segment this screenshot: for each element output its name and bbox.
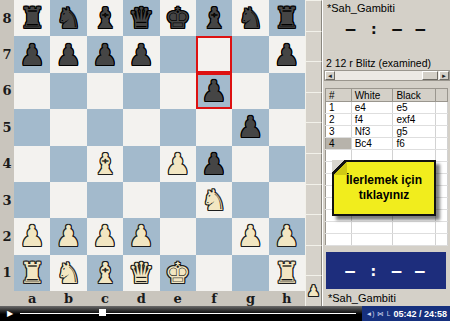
black-queen[interactable]: ♛ <box>128 1 154 35</box>
elapsed-total-time: 05:42 / 24:58 <box>393 309 447 319</box>
proceed-notice[interactable]: İlerlemek için tıklayınız <box>332 160 436 216</box>
move-cell <box>436 114 448 126</box>
move-cell[interactable]: f4 <box>351 114 393 126</box>
move-cell <box>436 186 448 198</box>
square-h8[interactable]: ♜ <box>269 0 305 36</box>
file-label-e: e <box>160 291 196 306</box>
square-f7[interactable] <box>196 36 232 72</box>
move-row: 2f4exf4 <box>326 114 448 126</box>
square-g8[interactable]: ♞ <box>232 0 268 36</box>
scroll-left-arrow-icon[interactable]: ◄ <box>325 71 335 80</box>
black-pawn[interactable]: ♟ <box>201 74 227 108</box>
move-row: 1e4e5 <box>326 102 448 114</box>
black-king[interactable]: ♚ <box>165 1 191 35</box>
square-b6[interactable] <box>50 73 86 109</box>
white-king[interactable]: ♚ <box>165 256 191 290</box>
scrollbar-thumb[interactable] <box>422 71 438 80</box>
square-g6[interactable] <box>232 73 268 109</box>
white-bishop[interactable]: ♝ <box>92 256 118 290</box>
move-col-header-White: White <box>351 89 393 102</box>
status-bar: ◄) ⋈ L 05:42 / 24:58 <box>362 306 450 321</box>
black-pawn[interactable]: ♟ <box>92 38 118 72</box>
square-a5[interactable] <box>14 109 50 145</box>
square-c3[interactable] <box>87 182 123 218</box>
square-b2[interactable]: ♟ <box>50 218 86 254</box>
square-e8[interactable]: ♚ <box>160 0 196 36</box>
black-knight[interactable]: ♞ <box>56 1 82 35</box>
black-rook[interactable]: ♜ <box>274 1 300 35</box>
move-number-cell[interactable]: 1 <box>326 102 352 114</box>
square-c8[interactable]: ♝ <box>87 0 123 36</box>
square-d1[interactable]: ♛ <box>123 255 159 291</box>
square-h2[interactable]: ♟ <box>269 218 305 254</box>
square-f4[interactable]: ♟ <box>196 146 232 182</box>
move-cell <box>351 222 393 234</box>
file-label-c: c <box>87 291 123 306</box>
square-d7[interactable]: ♟ <box>123 36 159 72</box>
move-number-cell <box>326 234 352 246</box>
square-e4[interactable]: ♟ <box>160 146 196 182</box>
move-cell[interactable]: e4 <box>351 102 393 114</box>
file-labels: abcdefgh <box>14 291 305 306</box>
notice-line-2: tıklayınız <box>359 188 410 203</box>
square-b8[interactable]: ♞ <box>50 0 86 36</box>
square-e7[interactable] <box>160 36 196 72</box>
white-pawn[interactable]: ♟ <box>92 219 118 253</box>
file-label-g: g <box>232 291 268 306</box>
player-name-label: *Sah_Gambiti <box>328 292 396 304</box>
square-h7[interactable]: ♟ <box>269 36 305 72</box>
move-col-header-Black: Black <box>393 89 436 102</box>
strip-cell <box>305 92 322 124</box>
black-pawn[interactable]: ♟ <box>19 38 45 72</box>
rank-labels: 87654321 <box>0 0 14 291</box>
white-pawn-button[interactable]: ♟ <box>305 275 322 307</box>
black-knight[interactable]: ♞ <box>237 1 263 35</box>
strip-cell <box>305 122 322 154</box>
move-row <box>326 222 448 234</box>
black-pawn[interactable]: ♟ <box>128 38 154 72</box>
square-f1[interactable] <box>196 255 232 291</box>
square-e5[interactable] <box>160 109 196 145</box>
seek-track[interactable] <box>20 313 356 314</box>
file-label-h: h <box>269 291 305 306</box>
white-pawn[interactable]: ♟ <box>56 219 82 253</box>
square-h1[interactable]: ♜ <box>269 255 305 291</box>
square-a2[interactable]: ♟ <box>14 218 50 254</box>
square-d4[interactable] <box>123 146 159 182</box>
rank-label-3: 3 <box>0 182 14 218</box>
white-queen[interactable]: ♛ <box>128 256 154 290</box>
rank-label-4: 4 <box>0 146 14 182</box>
move-cell <box>436 126 448 138</box>
replay-seek-bar[interactable]: ▶ <box>0 306 362 321</box>
rank-label-8: 8 <box>0 0 14 36</box>
white-pawn[interactable]: ♟ <box>128 219 154 253</box>
move-number-cell[interactable]: 4 <box>326 138 352 150</box>
move-number-cell <box>326 222 352 234</box>
speaker-icon[interactable]: ◄) <box>366 310 375 317</box>
white-pawn-icon: ♟ <box>307 284 320 299</box>
strip-cell <box>305 245 322 277</box>
move-cell[interactable]: exf4 <box>393 114 436 126</box>
note-fold-corner-icon <box>332 160 347 175</box>
square-e1[interactable]: ♚ <box>160 255 196 291</box>
move-cell <box>436 150 448 162</box>
move-cell <box>436 174 448 186</box>
black-pawn[interactable]: ♟ <box>201 147 227 181</box>
white-pawn[interactable]: ♟ <box>237 219 263 253</box>
move-cell[interactable]: Bc4 <box>351 138 393 150</box>
square-g4[interactable] <box>232 146 268 182</box>
move-col-header-#: # <box>326 89 352 102</box>
move-cell <box>436 198 448 210</box>
black-pawn[interactable]: ♟ <box>237 110 263 144</box>
game-title: *Sah_Gambiti <box>327 2 395 14</box>
square-b1[interactable]: ♞ <box>50 255 86 291</box>
white-knight[interactable]: ♞ <box>201 183 227 217</box>
strip-cell <box>305 184 322 216</box>
move-cell <box>436 222 448 234</box>
square-a3[interactable] <box>14 182 50 218</box>
player-clock: – : – – <box>326 252 446 289</box>
move-number-cell[interactable]: 2 <box>326 114 352 126</box>
white-pawn[interactable]: ♟ <box>19 219 45 253</box>
square-f2[interactable] <box>196 218 232 254</box>
square-a4[interactable] <box>14 146 50 182</box>
black-pawn[interactable]: ♟ <box>274 38 300 72</box>
move-cell <box>393 222 436 234</box>
white-knight[interactable]: ♞ <box>56 256 82 290</box>
square-g1[interactable] <box>232 255 268 291</box>
square-c5[interactable] <box>87 109 123 145</box>
square-e2[interactable] <box>160 218 196 254</box>
square-d8[interactable]: ♛ <box>123 0 159 36</box>
square-f3[interactable]: ♞ <box>196 182 232 218</box>
strip-cell <box>305 61 322 93</box>
square-a8[interactable]: ♜ <box>14 0 50 36</box>
square-c4[interactable]: ♝ <box>87 146 123 182</box>
black-rook[interactable]: ♜ <box>19 1 45 35</box>
square-g5[interactable]: ♟ <box>232 109 268 145</box>
move-cell <box>436 138 448 150</box>
move-cell[interactable]: Nf3 <box>351 126 393 138</box>
square-g7[interactable] <box>232 36 268 72</box>
game-panel: *Sah_Gambiti – : – – 2 12 r Blitz (exami… <box>322 0 450 306</box>
rank-label-6: 6 <box>0 73 14 109</box>
move-row: 4Bc4f6 <box>326 138 448 150</box>
rank-label-7: 7 <box>0 36 14 72</box>
white-pawn[interactable]: ♟ <box>165 147 191 181</box>
game-info-label: 2 12 r Blitz (examined) <box>326 57 431 69</box>
rank-label-1: 1 <box>0 255 14 291</box>
square-b4[interactable] <box>50 146 86 182</box>
square-a6[interactable] <box>14 73 50 109</box>
move-cell[interactable]: g5 <box>393 126 436 138</box>
chess-board[interactable]: ♜♞♝♛♚♝♞♜♟♟♟♟♟♟♟♝♟♟♞♟♟♟♟♟♟♜♞♝♛♚♜ <box>14 0 305 291</box>
square-b3[interactable] <box>50 182 86 218</box>
square-f8[interactable]: ♝ <box>196 0 232 36</box>
white-rook[interactable]: ♜ <box>19 256 45 290</box>
move-number-cell[interactable]: 3 <box>326 126 352 138</box>
square-a7[interactable]: ♟ <box>14 36 50 72</box>
square-a1[interactable]: ♜ <box>14 255 50 291</box>
move-col-header-extra <box>436 89 448 102</box>
connection-icon[interactable]: ⋈ <box>377 310 384 318</box>
black-bishop[interactable]: ♝ <box>92 1 118 35</box>
rank-label-5: 5 <box>0 109 14 145</box>
file-label-d: d <box>123 291 159 306</box>
move-cell[interactable]: e5 <box>393 102 436 114</box>
opponent-clock: – : – – <box>323 19 450 38</box>
square-c7[interactable]: ♟ <box>87 36 123 72</box>
square-g2[interactable]: ♟ <box>232 218 268 254</box>
square-c2[interactable]: ♟ <box>87 218 123 254</box>
white-pawn[interactable]: ♟ <box>274 219 300 253</box>
strip-cell <box>305 31 322 63</box>
bottom-bar: ▶ ◄) ⋈ L 05:42 / 24:58 <box>0 306 450 321</box>
square-f6[interactable]: ♟ <box>196 73 232 109</box>
square-c1[interactable]: ♝ <box>87 255 123 291</box>
square-d2[interactable]: ♟ <box>123 218 159 254</box>
move-cell <box>436 234 448 246</box>
chess-app-window: 87654321 ♜♞♝♛♚♝♞♜♟♟♟♟♟♟♟♝♟♟♞♟♟♟♟♟♟♜♞♝♛♚♜… <box>0 0 450 321</box>
move-row <box>326 234 448 246</box>
square-h5[interactable] <box>269 109 305 145</box>
move-cell <box>351 234 393 246</box>
square-h3[interactable] <box>269 182 305 218</box>
file-label-a: a <box>14 291 50 306</box>
square-f5[interactable] <box>196 109 232 145</box>
square-b7[interactable]: ♟ <box>50 36 86 72</box>
white-bishop[interactable]: ♝ <box>92 147 118 181</box>
strip-cell <box>305 153 322 185</box>
square-h6[interactable] <box>269 73 305 109</box>
square-g3[interactable] <box>232 182 268 218</box>
white-rook[interactable]: ♜ <box>274 256 300 290</box>
square-d3[interactable] <box>123 182 159 218</box>
file-label-f: f <box>196 291 232 306</box>
file-label-b: b <box>50 291 86 306</box>
board-corner-filler <box>0 291 14 306</box>
logged-in-icon: L <box>387 310 391 317</box>
move-row: 3Nf3g5 <box>326 126 448 138</box>
side-button-strip: ♟ <box>305 0 322 306</box>
strip-cell <box>305 0 322 32</box>
black-bishop[interactable]: ♝ <box>201 1 227 35</box>
move-cell <box>393 234 436 246</box>
square-h4[interactable] <box>269 146 305 182</box>
square-d5[interactable] <box>123 109 159 145</box>
square-e6[interactable] <box>160 73 196 109</box>
square-e3[interactable] <box>160 182 196 218</box>
seek-knob[interactable] <box>99 309 106 316</box>
move-cell <box>436 102 448 114</box>
play-icon[interactable]: ▶ <box>7 309 13 318</box>
square-c6[interactable] <box>87 73 123 109</box>
rank-label-2: 2 <box>0 218 14 254</box>
moves-horizontal-scrollbar[interactable]: ◄ ► <box>324 70 450 81</box>
move-cell <box>436 162 448 174</box>
square-b5[interactable] <box>50 109 86 145</box>
move-cell[interactable]: f6 <box>393 138 436 150</box>
move-cell <box>436 210 448 222</box>
square-d6[interactable] <box>123 73 159 109</box>
strip-cell <box>305 214 322 246</box>
notice-line-1: İlerlemek için <box>346 173 422 188</box>
scroll-right-arrow-icon[interactable]: ► <box>439 71 449 80</box>
black-pawn[interactable]: ♟ <box>56 38 82 72</box>
